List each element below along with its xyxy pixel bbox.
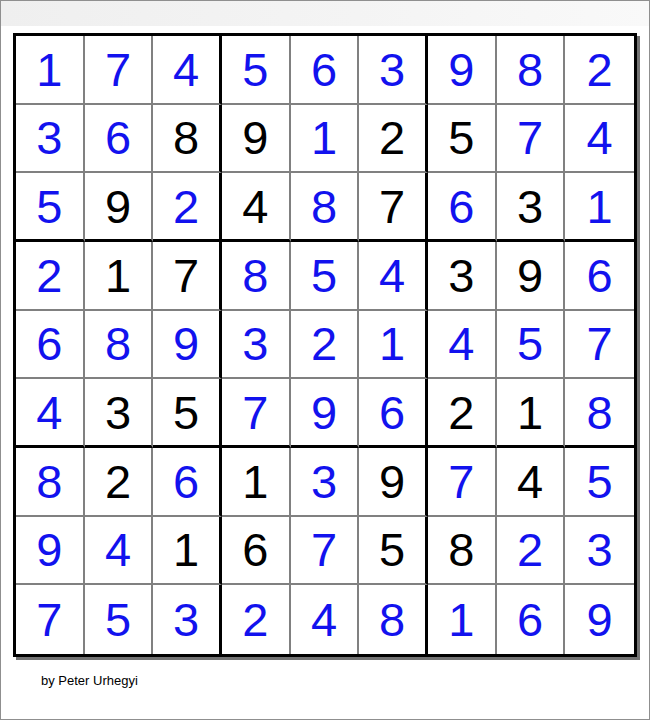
cell-r2c4[interactable]: 9 bbox=[222, 105, 291, 174]
cell-r7c6[interactable]: 9 bbox=[359, 448, 428, 517]
cell-r6c1[interactable]: 4 bbox=[16, 379, 85, 448]
cell-r8c3[interactable]: 1 bbox=[153, 517, 222, 586]
cell-r5c6[interactable]: 1 bbox=[359, 311, 428, 380]
cell-r4c1[interactable]: 2 bbox=[16, 242, 85, 311]
cell-r6c8[interactable]: 1 bbox=[497, 379, 566, 448]
cell-r6c4[interactable]: 7 bbox=[222, 379, 291, 448]
cell-r5c2[interactable]: 8 bbox=[85, 311, 154, 380]
cell-r6c7[interactable]: 2 bbox=[428, 379, 497, 448]
cell-r2c6[interactable]: 2 bbox=[359, 105, 428, 174]
cell-r2c1[interactable]: 3 bbox=[16, 105, 85, 174]
cell-r5c1[interactable]: 6 bbox=[16, 311, 85, 380]
cell-r3c3[interactable]: 2 bbox=[153, 173, 222, 242]
cell-r6c3[interactable]: 5 bbox=[153, 379, 222, 448]
cell-r5c4[interactable]: 3 bbox=[222, 311, 291, 380]
cell-r2c3[interactable]: 8 bbox=[153, 105, 222, 174]
cell-r2c5[interactable]: 1 bbox=[291, 105, 360, 174]
cell-r3c7[interactable]: 6 bbox=[428, 173, 497, 242]
cell-r1c3[interactable]: 4 bbox=[153, 36, 222, 105]
cell-r9c8[interactable]: 6 bbox=[497, 585, 566, 654]
cell-r9c4[interactable]: 2 bbox=[222, 585, 291, 654]
cell-r1c1[interactable]: 1 bbox=[16, 36, 85, 105]
cell-r3c5[interactable]: 8 bbox=[291, 173, 360, 242]
cell-r4c9[interactable]: 6 bbox=[565, 242, 634, 311]
cell-r8c8[interactable]: 2 bbox=[497, 517, 566, 586]
cell-r6c9[interactable]: 8 bbox=[565, 379, 634, 448]
cell-r2c7[interactable]: 5 bbox=[428, 105, 497, 174]
cell-r2c2[interactable]: 6 bbox=[85, 105, 154, 174]
credit-text: by Peter Urhegyi bbox=[41, 673, 138, 688]
cell-r4c2[interactable]: 1 bbox=[85, 242, 154, 311]
cell-r7c7[interactable]: 7 bbox=[428, 448, 497, 517]
cell-r1c4[interactable]: 5 bbox=[222, 36, 291, 105]
cell-r8c5[interactable]: 7 bbox=[291, 517, 360, 586]
cell-r3c8[interactable]: 3 bbox=[497, 173, 566, 242]
cell-r1c5[interactable]: 6 bbox=[291, 36, 360, 105]
cell-r4c5[interactable]: 5 bbox=[291, 242, 360, 311]
cell-r2c8[interactable]: 7 bbox=[497, 105, 566, 174]
cell-r6c5[interactable]: 9 bbox=[291, 379, 360, 448]
cell-r4c4[interactable]: 8 bbox=[222, 242, 291, 311]
cell-r7c2[interactable]: 2 bbox=[85, 448, 154, 517]
cell-r9c3[interactable]: 3 bbox=[153, 585, 222, 654]
cell-r3c4[interactable]: 4 bbox=[222, 173, 291, 242]
cell-r4c7[interactable]: 3 bbox=[428, 242, 497, 311]
cell-r9c9[interactable]: 9 bbox=[565, 585, 634, 654]
cell-r6c6[interactable]: 6 bbox=[359, 379, 428, 448]
cell-r3c9[interactable]: 1 bbox=[565, 173, 634, 242]
header-strip bbox=[1, 1, 649, 26]
cell-r3c1[interactable]: 5 bbox=[16, 173, 85, 242]
cell-r9c7[interactable]: 1 bbox=[428, 585, 497, 654]
cell-r7c9[interactable]: 5 bbox=[565, 448, 634, 517]
cell-r3c2[interactable]: 9 bbox=[85, 173, 154, 242]
cell-r7c4[interactable]: 1 bbox=[222, 448, 291, 517]
cell-r8c4[interactable]: 6 bbox=[222, 517, 291, 586]
page: 1745639823689125745924876312178543966893… bbox=[0, 0, 650, 720]
sudoku-board: 1745639823689125745924876312178543966893… bbox=[13, 33, 637, 657]
cell-r5c7[interactable]: 4 bbox=[428, 311, 497, 380]
cell-r5c9[interactable]: 7 bbox=[565, 311, 634, 380]
cell-r9c5[interactable]: 4 bbox=[291, 585, 360, 654]
cell-r7c1[interactable]: 8 bbox=[16, 448, 85, 517]
cell-r2c9[interactable]: 4 bbox=[565, 105, 634, 174]
cell-r8c1[interactable]: 9 bbox=[16, 517, 85, 586]
cell-r4c8[interactable]: 9 bbox=[497, 242, 566, 311]
cell-r7c8[interactable]: 4 bbox=[497, 448, 566, 517]
cell-r4c3[interactable]: 7 bbox=[153, 242, 222, 311]
cell-r1c6[interactable]: 3 bbox=[359, 36, 428, 105]
cell-r5c8[interactable]: 5 bbox=[497, 311, 566, 380]
cell-r1c2[interactable]: 7 bbox=[85, 36, 154, 105]
cell-r1c8[interactable]: 8 bbox=[497, 36, 566, 105]
cell-r8c6[interactable]: 5 bbox=[359, 517, 428, 586]
cell-r7c5[interactable]: 3 bbox=[291, 448, 360, 517]
cell-r5c5[interactable]: 2 bbox=[291, 311, 360, 380]
cell-r4c6[interactable]: 4 bbox=[359, 242, 428, 311]
cell-r8c7[interactable]: 8 bbox=[428, 517, 497, 586]
cell-r9c6[interactable]: 8 bbox=[359, 585, 428, 654]
cell-r7c3[interactable]: 6 bbox=[153, 448, 222, 517]
cell-r8c2[interactable]: 4 bbox=[85, 517, 154, 586]
cell-r9c2[interactable]: 5 bbox=[85, 585, 154, 654]
cell-r9c1[interactable]: 7 bbox=[16, 585, 85, 654]
cell-r8c9[interactable]: 3 bbox=[565, 517, 634, 586]
cell-r6c2[interactable]: 3 bbox=[85, 379, 154, 448]
cell-r5c3[interactable]: 9 bbox=[153, 311, 222, 380]
cell-r1c7[interactable]: 9 bbox=[428, 36, 497, 105]
cell-r1c9[interactable]: 2 bbox=[565, 36, 634, 105]
cell-r3c6[interactable]: 7 bbox=[359, 173, 428, 242]
